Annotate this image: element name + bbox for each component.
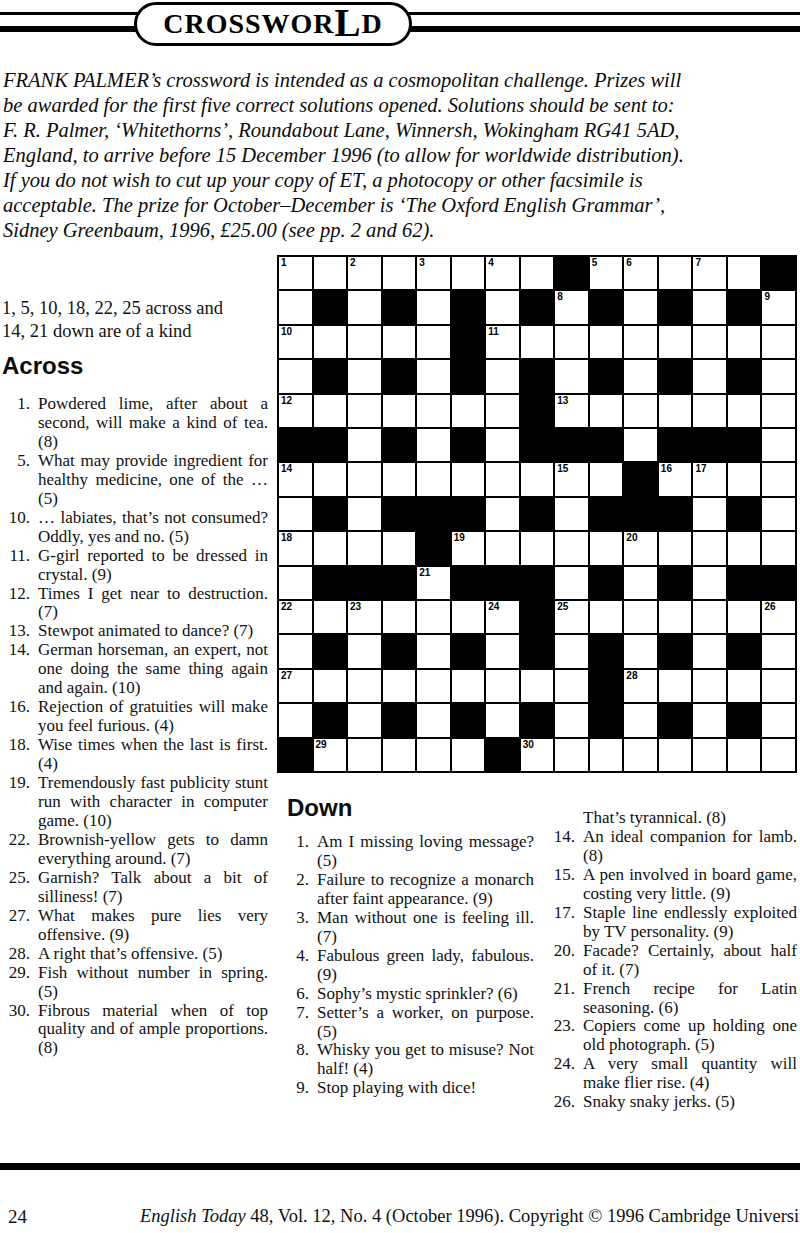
clue-text: Fabulous green lady, fabulous. (9): [317, 947, 534, 985]
grid-cell[interactable]: [279, 291, 312, 323]
block-cell: [521, 601, 554, 633]
clue-text: Copiers come up holding one old photogra…: [583, 1017, 797, 1055]
grid-cell[interactable]: [383, 463, 416, 495]
grid-cell[interactable]: [693, 601, 726, 633]
intro-paragraph: FRANK PALMER’s crossword is intended as …: [3, 68, 763, 243]
grid-cell[interactable]: 13: [555, 395, 588, 427]
block-cell: [659, 635, 692, 667]
grid-cell[interactable]: [693, 498, 726, 530]
grid-cell[interactable]: [486, 635, 519, 667]
grid-cell[interactable]: 1: [279, 257, 312, 289]
grid-cell[interactable]: [452, 395, 485, 427]
clue-text: Stop playing with dice!: [317, 1079, 534, 1098]
grid-cell[interactable]: [728, 395, 761, 427]
down-clue-20: 20.Facade? Certainly, about half of it. …: [541, 942, 797, 980]
grid-cell[interactable]: [417, 704, 450, 736]
grid-cell[interactable]: [762, 326, 795, 358]
grid-cell[interactable]: [728, 532, 761, 564]
block-cell: [521, 395, 554, 427]
block-cell: [728, 360, 761, 392]
block-cell: [452, 291, 485, 323]
grid-cell[interactable]: [486, 670, 519, 702]
grid-cell[interactable]: [693, 635, 726, 667]
grid-cell[interactable]: [728, 739, 761, 771]
clue-number: 30: [523, 739, 534, 751]
crossworld-logo: CROSSWORLD: [134, 2, 412, 46]
clue-text: Rejection of gratuities will make you fe…: [38, 698, 268, 736]
block-cell: [762, 257, 795, 289]
grid-cell[interactable]: [417, 291, 450, 323]
clue-num-label: 16.: [2, 698, 30, 736]
clue-number: 11: [488, 326, 499, 338]
grid-cell[interactable]: [486, 395, 519, 427]
grid-cell[interactable]: [314, 670, 347, 702]
footer-rule: [0, 1163, 800, 1170]
across-clue-5: 5.What may provide ingredient for health…: [2, 452, 268, 509]
grid-cell[interactable]: [314, 463, 347, 495]
grid-cell[interactable]: [624, 360, 657, 392]
clue-num-label: 24.: [541, 1055, 575, 1093]
grid-cell[interactable]: [417, 739, 450, 771]
grid-cell[interactable]: 11: [486, 326, 519, 358]
grid-cell[interactable]: [555, 532, 588, 564]
down-clue-8: 8.Whisky you get to misuse? Not half! (4…: [287, 1041, 534, 1079]
grid-cell[interactable]: [693, 326, 726, 358]
clue-num-label: 17.: [541, 904, 575, 942]
grid-cell[interactable]: [383, 257, 416, 289]
clue-text: Setter’s a worker, on purpose. (5): [317, 1004, 534, 1042]
grid-cell[interactable]: 30: [521, 739, 554, 771]
grid-cell[interactable]: [590, 395, 623, 427]
grid-cell[interactable]: [279, 567, 312, 599]
grid-cell[interactable]: 2: [348, 257, 381, 289]
clue-text: German horseman, an expert, not one doin…: [38, 641, 268, 698]
block-cell: [314, 498, 347, 530]
block-cell: [314, 429, 347, 461]
block-cell: [728, 635, 761, 667]
grid-cell[interactable]: [383, 326, 416, 358]
grid-cell[interactable]: [279, 635, 312, 667]
grid-cell[interactable]: 18: [279, 532, 312, 564]
down-clue-9: 9.Stop playing with dice!: [287, 1079, 534, 1098]
block-cell: [383, 498, 416, 530]
clue-text: Garnish? Talk about a bit of silliness! …: [38, 869, 268, 907]
clue-number: 20: [626, 532, 637, 544]
grid-cell[interactable]: [348, 463, 381, 495]
theme-note: 1, 5, 10, 18, 22, 25 across and 14, 21 d…: [2, 297, 268, 343]
down-clue-17: 17.Staple line endlessly exploited by TV…: [541, 904, 797, 942]
grid-cell[interactable]: [383, 395, 416, 427]
grid-cell[interactable]: [521, 532, 554, 564]
clue-number: 17: [695, 463, 706, 475]
across-clue-12: 12.Times I get near to destruction. (7): [2, 585, 268, 623]
intro-line: Sidney Greenbaum, 1996, £25.00 (see pp. …: [3, 218, 763, 243]
clue-num-label: 1.: [287, 833, 309, 871]
block-cell: [728, 704, 761, 736]
grid-cell[interactable]: [452, 670, 485, 702]
grid-cell[interactable]: [728, 463, 761, 495]
grid-cell[interactable]: [417, 326, 450, 358]
clue-text: Whisky you get to misuse? Not half! (4): [317, 1041, 534, 1079]
grid-cell[interactable]: [348, 498, 381, 530]
grid-cell[interactable]: [348, 291, 381, 323]
block-cell: [521, 360, 554, 392]
clue-text: Fibrous material when of top quality and…: [38, 1002, 268, 1059]
grid-cell[interactable]: [693, 532, 726, 564]
grid-cell[interactable]: [693, 739, 726, 771]
grid-cell[interactable]: [555, 739, 588, 771]
grid-cell[interactable]: [693, 360, 726, 392]
grid-cell[interactable]: [314, 601, 347, 633]
grid-cell[interactable]: [555, 498, 588, 530]
grid-cell[interactable]: [762, 704, 795, 736]
clue-num-label: 1.: [2, 395, 30, 452]
grid-cell[interactable]: [348, 532, 381, 564]
grid-cell[interactable]: [693, 395, 726, 427]
across-clue-16: 16.Rejection of gratuities will make you…: [2, 698, 268, 736]
grid-cell[interactable]: 7: [693, 257, 726, 289]
grid-cell[interactable]: [452, 601, 485, 633]
block-cell: [383, 360, 416, 392]
grid-cell[interactable]: [314, 257, 347, 289]
grid-cell[interactable]: [383, 670, 416, 702]
grid-cell[interactable]: [417, 635, 450, 667]
intro-line: F. R. Palmer, ‘Whitethorns’, Roundabout …: [3, 118, 763, 143]
grid-cell[interactable]: [348, 704, 381, 736]
grid-cell[interactable]: 19: [452, 532, 485, 564]
clue-num-label: 13.: [2, 622, 30, 641]
clue-text: A pen involved in board game, costing ve…: [583, 866, 797, 904]
block-cell: [555, 429, 588, 461]
grid-cell[interactable]: [693, 291, 726, 323]
block-cell: [590, 704, 623, 736]
grid-cell[interactable]: [521, 670, 554, 702]
grid-cell[interactable]: [624, 704, 657, 736]
grid-cell[interactable]: [486, 291, 519, 323]
grid-cell[interactable]: 9: [762, 291, 795, 323]
clue-num-label: 26.: [541, 1093, 575, 1112]
grid-cell[interactable]: [555, 326, 588, 358]
grid-cell[interactable]: [659, 532, 692, 564]
down-clue-7: 7.Setter’s a worker, on purpose. (5): [287, 1004, 534, 1042]
clue-number: 10: [281, 326, 292, 338]
down-clue-26: 26.Snaky snaky jerks. (5): [541, 1093, 797, 1112]
grid-cell[interactable]: [728, 601, 761, 633]
grid-cell[interactable]: [383, 739, 416, 771]
grid-cell[interactable]: [314, 326, 347, 358]
down-clue-1: 1.Am I missing loving message? (5): [287, 833, 534, 871]
block-cell: [417, 532, 450, 564]
grid-cell[interactable]: [728, 670, 761, 702]
clue-num-label: 19.: [2, 774, 30, 831]
clue-num-label: 2.: [287, 871, 309, 909]
block-cell: [728, 291, 761, 323]
block-cell: [693, 429, 726, 461]
grid-cell[interactable]: [659, 257, 692, 289]
intro-line: FRANK PALMER’s crossword is intended as …: [3, 68, 763, 93]
grid-cell[interactable]: [555, 360, 588, 392]
grid-cell[interactable]: [417, 463, 450, 495]
intro-line: England, to arrive before 15 December 19…: [3, 143, 763, 168]
grid-cell[interactable]: [279, 704, 312, 736]
clue-text: Sophy’s mystic sprinkler? (6): [317, 985, 534, 1004]
grid-cell[interactable]: [624, 739, 657, 771]
grid-cell[interactable]: [348, 635, 381, 667]
grid-cell[interactable]: [693, 670, 726, 702]
clue-text: Times I get near to destruction. (7): [38, 585, 268, 623]
clue-num-label: 6.: [287, 985, 309, 1004]
grid-cell[interactable]: [762, 635, 795, 667]
grid-cell[interactable]: 28: [624, 670, 657, 702]
clue-num-label: 5.: [2, 452, 30, 509]
grid-cell[interactable]: [624, 567, 657, 599]
grid-cell[interactable]: [486, 498, 519, 530]
across-clue-28: 28.A right that’s offensive. (5): [2, 945, 268, 964]
grid-cell[interactable]: [624, 635, 657, 667]
grid-cell[interactable]: [762, 739, 795, 771]
block-cell: [383, 567, 416, 599]
across-clue-10: 10.… labiates, that’s not consumed? Oddl…: [2, 509, 268, 547]
grid-cell[interactable]: [555, 670, 588, 702]
grid-cell[interactable]: [348, 670, 381, 702]
down-clue-21: 21.French recipe for Latin seasoning. (6…: [541, 980, 797, 1018]
block-cell: [452, 704, 485, 736]
grid-cell[interactable]: [624, 395, 657, 427]
grid-cell[interactable]: 21: [417, 567, 450, 599]
grid-cell[interactable]: [348, 739, 381, 771]
clue-num-label: 3.: [287, 909, 309, 947]
down-clues-column-2: That’s tyrannical. (8)14.An ideal compan…: [541, 809, 797, 1112]
grid-cell[interactable]: [762, 532, 795, 564]
clue-number: 2: [350, 257, 356, 269]
clue-text: Stewpot animated to dance? (7): [38, 622, 268, 641]
block-cell: [452, 326, 485, 358]
grid-cell[interactable]: [486, 532, 519, 564]
block-cell: [659, 567, 692, 599]
footer-journal-title: English Today: [140, 1206, 246, 1226]
clue-number: 1: [281, 257, 287, 269]
grid-cell[interactable]: [417, 429, 450, 461]
clue-num-label: 7.: [287, 1004, 309, 1042]
block-cell: [659, 291, 692, 323]
grid-cell[interactable]: 26: [762, 601, 795, 633]
clue-number: 8: [557, 291, 563, 303]
clue-num-label: 23.: [541, 1017, 575, 1055]
block-cell: [659, 360, 692, 392]
grid-cell[interactable]: [555, 704, 588, 736]
grid-cell[interactable]: [486, 463, 519, 495]
clue-num-label: 12.: [2, 585, 30, 623]
clue-number: 6: [626, 257, 632, 269]
clue-number: 24: [488, 601, 499, 613]
grid-cell[interactable]: [659, 326, 692, 358]
clue-text: Brownish-yellow gets to damn everything …: [38, 831, 268, 869]
clue-number: 23: [350, 601, 361, 613]
block-cell: [314, 635, 347, 667]
block-cell: [521, 291, 554, 323]
logo-text-start: CROSSWOR: [163, 8, 334, 40]
clue-number: 16: [661, 463, 672, 475]
grid-cell[interactable]: [762, 670, 795, 702]
grid-cell[interactable]: 14: [279, 463, 312, 495]
block-cell: [348, 567, 381, 599]
grid-cell[interactable]: [417, 360, 450, 392]
clue-number: 14: [281, 463, 292, 475]
grid-cell[interactable]: 29: [314, 739, 347, 771]
clue-num-label: 15.: [541, 866, 575, 904]
grid-cell[interactable]: [279, 498, 312, 530]
block-cell: [383, 291, 416, 323]
clue-num-label: 20.: [541, 942, 575, 980]
intro-line: If you do not wish to cut up your copy o…: [3, 168, 763, 193]
block-cell: [659, 498, 692, 530]
grid-cell[interactable]: [762, 395, 795, 427]
grid-cell[interactable]: [555, 635, 588, 667]
grid-cell[interactable]: [521, 257, 554, 289]
clue-num-label: 8.: [287, 1041, 309, 1079]
grid-cell[interactable]: [348, 395, 381, 427]
grid-cell[interactable]: [693, 567, 726, 599]
across-clue-13: 13.Stewpot animated to dance? (7): [2, 622, 268, 641]
block-cell: [383, 704, 416, 736]
grid-cell[interactable]: [624, 326, 657, 358]
grid-cell[interactable]: 23: [348, 601, 381, 633]
block-cell: [590, 635, 623, 667]
clue-text: What may provide ingredient for healthy …: [38, 452, 268, 509]
block-cell: [762, 567, 795, 599]
grid-cell[interactable]: [590, 326, 623, 358]
block-cell: [590, 567, 623, 599]
grid-cell[interactable]: [452, 739, 485, 771]
grid-cell[interactable]: [348, 360, 381, 392]
across-clue-27: 27.What makes pure lies very offensive. …: [2, 907, 268, 945]
block-cell: [314, 360, 347, 392]
grid-cell[interactable]: [624, 291, 657, 323]
grid-cell[interactable]: [590, 532, 623, 564]
block-cell: [452, 635, 485, 667]
grid-cell[interactable]: [417, 601, 450, 633]
grid-cell[interactable]: 15: [555, 463, 588, 495]
across-clue-11: 11.G-girl reported to be dressed in crys…: [2, 547, 268, 585]
grid-cell[interactable]: [383, 601, 416, 633]
grid-cell[interactable]: [417, 395, 450, 427]
grid-cell[interactable]: [383, 532, 416, 564]
grid-cell[interactable]: 12: [279, 395, 312, 427]
grid-cell[interactable]: [486, 704, 519, 736]
grid-cell[interactable]: [521, 326, 554, 358]
grid-cell[interactable]: [590, 463, 623, 495]
grid-cell[interactable]: [348, 326, 381, 358]
grid-cell[interactable]: [452, 463, 485, 495]
block-cell: [590, 498, 623, 530]
block-cell: [555, 257, 588, 289]
clue-number: 7: [695, 257, 701, 269]
grid-cell[interactable]: [590, 739, 623, 771]
grid-cell[interactable]: [624, 429, 657, 461]
clue-number: 22: [281, 601, 292, 613]
down-clue-4: 4.Fabulous green lady, fabulous. (9): [287, 947, 534, 985]
clue-num-label: [541, 809, 575, 828]
grid-cell[interactable]: [659, 601, 692, 633]
clue-num-label: 29.: [2, 964, 30, 1002]
grid-cell[interactable]: 27: [279, 670, 312, 702]
grid-cell[interactable]: [486, 429, 519, 461]
block-cell: [624, 498, 657, 530]
grid-cell[interactable]: [590, 601, 623, 633]
grid-cell[interactable]: [486, 360, 519, 392]
grid-cell[interactable]: [521, 463, 554, 495]
grid-cell[interactable]: [659, 739, 692, 771]
grid-cell[interactable]: [659, 670, 692, 702]
across-clues: 1.Powdered lime, after about a second, w…: [2, 395, 268, 1058]
grid-cell[interactable]: 6: [624, 257, 657, 289]
grid-cell[interactable]: 22: [279, 601, 312, 633]
across-clue-19: 19.Tremendously fast publicity stunt run…: [2, 774, 268, 831]
grid-cell[interactable]: 17: [693, 463, 726, 495]
grid-cell[interactable]: [659, 395, 692, 427]
clue-text: That’s tyrannical. (8): [583, 809, 797, 828]
block-cell: [590, 291, 623, 323]
clue-text: G-girl reported to be dressed in crystal…: [38, 547, 268, 585]
block-cell: [314, 704, 347, 736]
grid-cell[interactable]: 8: [555, 291, 588, 323]
grid-cell[interactable]: [314, 395, 347, 427]
down-clue-24: 24.A very small quantity will make flier…: [541, 1055, 797, 1093]
grid-cell[interactable]: [314, 532, 347, 564]
grid-cell[interactable]: 3: [417, 257, 450, 289]
clue-number: 4: [488, 257, 494, 269]
clue-num-label: 25.: [2, 869, 30, 907]
grid-cell[interactable]: [762, 498, 795, 530]
grid-cell[interactable]: 24: [486, 601, 519, 633]
grid-cell[interactable]: 4: [486, 257, 519, 289]
clue-num-label: 14.: [541, 828, 575, 866]
block-cell: [728, 567, 761, 599]
grid-cell[interactable]: [279, 360, 312, 392]
grid-cell[interactable]: [452, 257, 485, 289]
grid-cell[interactable]: 25: [555, 601, 588, 633]
across-clue-18: 18.Wise times when the last is first. (4…: [2, 736, 268, 774]
block-cell: [728, 498, 761, 530]
grid-cell[interactable]: 10: [279, 326, 312, 358]
grid-cell[interactable]: 20: [624, 532, 657, 564]
grid-cell[interactable]: [762, 463, 795, 495]
grid-cell[interactable]: [762, 429, 795, 461]
clue-num-label: 11.: [2, 547, 30, 585]
grid-cell[interactable]: [624, 601, 657, 633]
block-cell: [590, 360, 623, 392]
clue-number: 5: [592, 257, 598, 269]
grid-cell[interactable]: 5: [590, 257, 623, 289]
grid-cell[interactable]: [417, 670, 450, 702]
grid-cell[interactable]: [762, 360, 795, 392]
grid-cell[interactable]: 16: [659, 463, 692, 495]
grid-cell[interactable]: [555, 567, 588, 599]
clue-num-label: 4.: [287, 947, 309, 985]
grid-cell[interactable]: [693, 704, 726, 736]
clue-num-label: 18.: [2, 736, 30, 774]
clue-num-label: 14.: [2, 641, 30, 698]
grid-cell[interactable]: [728, 257, 761, 289]
block-cell: [452, 498, 485, 530]
intro-line: be awarded for the first five correct so…: [3, 93, 763, 118]
grid-cell[interactable]: [348, 429, 381, 461]
across-clue-22: 22.Brownish-yellow gets to damn everythi…: [2, 831, 268, 869]
grid-cell[interactable]: [728, 326, 761, 358]
clue-number: 9: [764, 291, 770, 303]
clue-number: 19: [454, 532, 465, 544]
intro-line: acceptable. The prize for October–Decemb…: [3, 193, 763, 218]
